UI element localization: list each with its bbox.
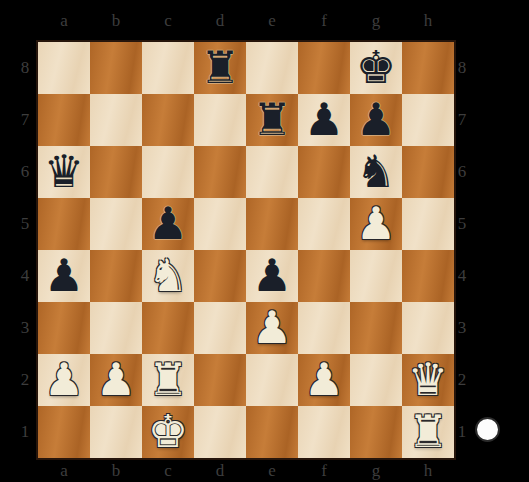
square-d5[interactable] — [194, 198, 246, 250]
square-c2[interactable]: ♜ — [142, 354, 194, 406]
piece-white-pawn-f2[interactable]: ♟ — [304, 357, 344, 402]
file-label-h: h — [402, 462, 454, 480]
square-f5[interactable] — [298, 198, 350, 250]
square-g2[interactable] — [350, 354, 402, 406]
square-f6[interactable] — [298, 146, 350, 198]
square-a7[interactable] — [38, 94, 90, 146]
rank-label-6: 6 — [12, 146, 38, 198]
square-d8[interactable]: ♜ — [194, 42, 246, 94]
square-b3[interactable] — [90, 302, 142, 354]
file-label-c: c — [142, 12, 194, 30]
piece-white-pawn-a2[interactable]: ♟ — [44, 357, 84, 402]
square-g1[interactable] — [350, 406, 402, 458]
square-a6[interactable]: ♛ — [38, 146, 90, 198]
piece-white-queen-h2[interactable]: ♛ — [408, 357, 448, 402]
square-c8[interactable] — [142, 42, 194, 94]
square-h7[interactable] — [402, 94, 454, 146]
piece-black-king-g8[interactable]: ♚ — [356, 45, 396, 90]
square-a2[interactable]: ♟ — [38, 354, 90, 406]
square-a3[interactable] — [38, 302, 90, 354]
file-label-b: b — [90, 462, 142, 480]
square-d2[interactable] — [194, 354, 246, 406]
piece-white-pawn-b2[interactable]: ♟ — [96, 357, 136, 402]
square-f3[interactable] — [298, 302, 350, 354]
rank-label-4: 4 — [12, 250, 38, 302]
square-g4[interactable] — [350, 250, 402, 302]
file-label-g: g — [350, 462, 402, 480]
square-e8[interactable] — [246, 42, 298, 94]
file-label-d: d — [194, 12, 246, 30]
square-a1[interactable] — [38, 406, 90, 458]
square-f8[interactable] — [298, 42, 350, 94]
square-e7[interactable]: ♜ — [246, 94, 298, 146]
square-c3[interactable] — [142, 302, 194, 354]
square-c4[interactable]: ♞ — [142, 250, 194, 302]
square-e6[interactable] — [246, 146, 298, 198]
file-label-a: a — [38, 462, 90, 480]
piece-black-pawn-g7[interactable]: ♟ — [356, 97, 396, 142]
file-label-a: a — [38, 12, 90, 30]
square-c6[interactable] — [142, 146, 194, 198]
square-g7[interactable]: ♟ — [350, 94, 402, 146]
piece-white-king-c1[interactable]: ♚ — [148, 409, 188, 454]
rank-label-1: 1 — [12, 406, 38, 458]
piece-black-pawn-e4[interactable]: ♟ — [252, 253, 292, 298]
chess-diagram: abcdefgh 87654321 87654321 ♜♚♜♟♟♛♞♟♟♟♞♟♟… — [0, 0, 529, 482]
square-d4[interactable] — [194, 250, 246, 302]
piece-black-knight-g6[interactable]: ♞ — [356, 149, 396, 194]
piece-black-rook-e7[interactable]: ♜ — [252, 97, 292, 142]
piece-black-pawn-f7[interactable]: ♟ — [304, 97, 344, 142]
square-b4[interactable] — [90, 250, 142, 302]
square-d3[interactable] — [194, 302, 246, 354]
file-label-e: e — [246, 462, 298, 480]
square-h6[interactable] — [402, 146, 454, 198]
piece-black-rook-d8[interactable]: ♜ — [200, 45, 240, 90]
square-d1[interactable] — [194, 406, 246, 458]
rank-label-2: 2 — [12, 354, 38, 406]
piece-black-pawn-a4[interactable]: ♟ — [44, 253, 84, 298]
square-b7[interactable] — [90, 94, 142, 146]
rank-label-8: 8 — [12, 42, 38, 94]
rank-label-7: 7 — [12, 94, 38, 146]
square-b5[interactable] — [90, 198, 142, 250]
square-e5[interactable] — [246, 198, 298, 250]
square-e2[interactable] — [246, 354, 298, 406]
rank-labels-left: 87654321 — [12, 42, 38, 458]
file-label-f: f — [298, 462, 350, 480]
square-b6[interactable] — [90, 146, 142, 198]
square-b8[interactable] — [90, 42, 142, 94]
file-label-f: f — [298, 12, 350, 30]
square-g8[interactable]: ♚ — [350, 42, 402, 94]
file-labels-bottom: abcdefgh — [38, 462, 454, 480]
piece-white-pawn-e3[interactable]: ♟ — [252, 305, 292, 350]
square-h4[interactable] — [402, 250, 454, 302]
square-c1[interactable]: ♚ — [142, 406, 194, 458]
square-g3[interactable] — [350, 302, 402, 354]
square-h1[interactable]: ♜ — [402, 406, 454, 458]
square-c5[interactable]: ♟ — [142, 198, 194, 250]
file-label-h: h — [402, 12, 454, 30]
square-a8[interactable] — [38, 42, 90, 94]
square-d7[interactable] — [194, 94, 246, 146]
piece-white-pawn-g5[interactable]: ♟ — [356, 201, 396, 246]
square-e4[interactable]: ♟ — [246, 250, 298, 302]
square-f7[interactable]: ♟ — [298, 94, 350, 146]
file-labels-top: abcdefgh — [38, 12, 454, 30]
file-label-d: d — [194, 462, 246, 480]
square-h5[interactable] — [402, 198, 454, 250]
piece-black-queen-a6[interactable]: ♛ — [44, 149, 84, 194]
piece-white-knight-c4[interactable]: ♞ — [148, 253, 188, 298]
square-f1[interactable] — [298, 406, 350, 458]
square-c7[interactable] — [142, 94, 194, 146]
square-g5[interactable]: ♟ — [350, 198, 402, 250]
piece-black-pawn-c5[interactable]: ♟ — [148, 201, 188, 246]
square-h2[interactable]: ♛ — [402, 354, 454, 406]
chess-board[interactable]: ♜♚♜♟♟♛♞♟♟♟♞♟♟♟♟♜♟♛♚♜ — [36, 40, 456, 460]
white-to-move-indicator — [475, 417, 500, 442]
square-a4[interactable]: ♟ — [38, 250, 90, 302]
square-h8[interactable] — [402, 42, 454, 94]
square-e1[interactable] — [246, 406, 298, 458]
piece-white-rook-h1[interactable]: ♜ — [408, 409, 448, 454]
square-a5[interactable] — [38, 198, 90, 250]
file-label-b: b — [90, 12, 142, 30]
square-b2[interactable]: ♟ — [90, 354, 142, 406]
file-label-e: e — [246, 12, 298, 30]
square-b1[interactable] — [90, 406, 142, 458]
rank-label-5: 5 — [12, 198, 38, 250]
square-f4[interactable] — [298, 250, 350, 302]
square-f2[interactable]: ♟ — [298, 354, 350, 406]
rank-label-3: 3 — [12, 302, 38, 354]
square-h3[interactable] — [402, 302, 454, 354]
file-label-c: c — [142, 462, 194, 480]
square-e3[interactable]: ♟ — [246, 302, 298, 354]
square-g6[interactable]: ♞ — [350, 146, 402, 198]
file-label-g: g — [350, 12, 402, 30]
square-d6[interactable] — [194, 146, 246, 198]
piece-white-rook-c2[interactable]: ♜ — [148, 357, 188, 402]
